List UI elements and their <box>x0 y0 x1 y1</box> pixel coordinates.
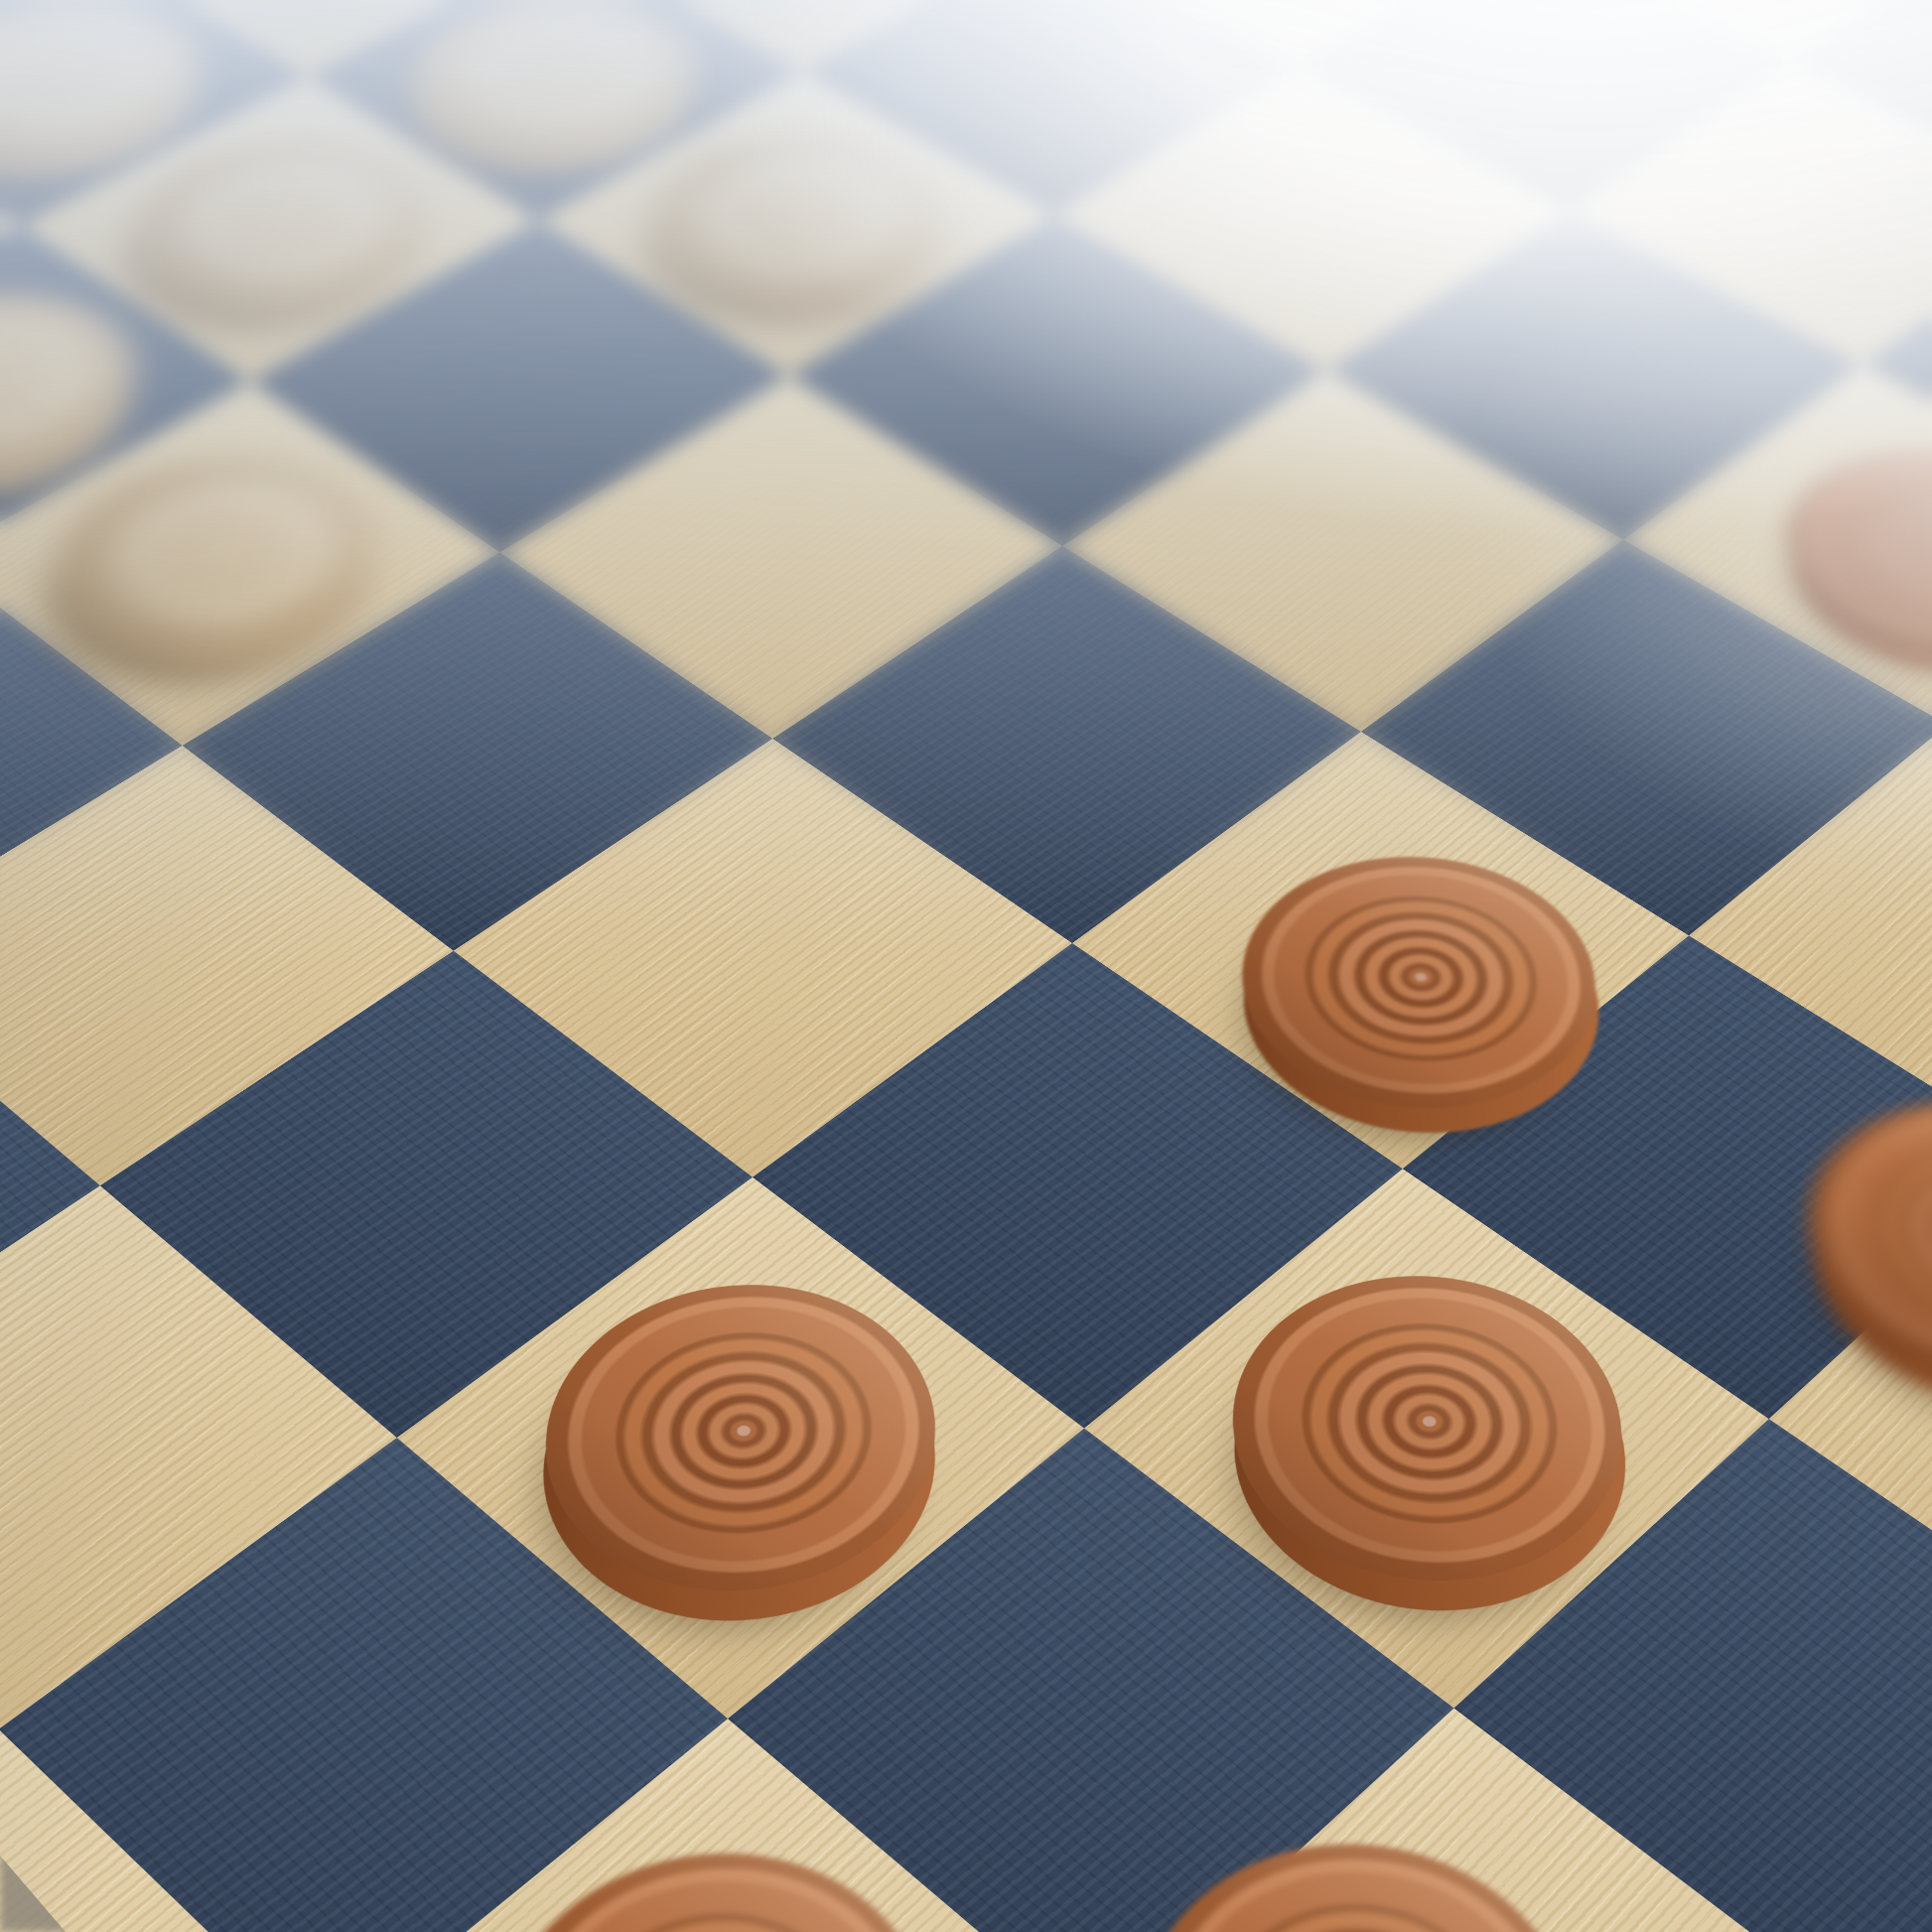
board[interactable] <box>0 0 1932 1932</box>
checkers-photo-scene <box>0 0 1932 1932</box>
